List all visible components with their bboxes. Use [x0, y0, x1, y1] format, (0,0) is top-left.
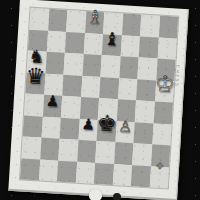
chess-board: ♗♝♞♛♔♟♟♚♙ CHESS ❖	[8, 0, 188, 200]
square-b7[interactable]	[46, 30, 66, 53]
square-f5[interactable]	[118, 78, 138, 101]
board-corner-emblem-icon: ❖	[155, 161, 166, 173]
piece-black-pawn-b4[interactable]: ♟	[45, 94, 59, 110]
square-h7[interactable]	[157, 37, 177, 60]
piece-white-king-h5[interactable]: ♔	[154, 73, 175, 96]
square-g5[interactable]	[136, 79, 156, 102]
square-e1[interactable]	[94, 162, 114, 185]
square-g8[interactable]	[140, 14, 160, 37]
square-a3[interactable]	[23, 115, 43, 138]
square-f1[interactable]	[112, 164, 132, 187]
square-c6[interactable]	[64, 53, 84, 76]
square-h4[interactable]	[153, 101, 173, 124]
square-g3[interactable]	[133, 122, 153, 145]
offboard-white-piece	[89, 189, 102, 200]
piece-black-king-e3[interactable]: ♚	[96, 113, 117, 136]
square-d2[interactable]	[77, 140, 97, 163]
piece-black-pawn-d3[interactable]: ♟	[81, 117, 95, 133]
square-c4[interactable]	[61, 96, 81, 119]
square-d5[interactable]	[81, 75, 101, 98]
photo-scene: ♗♝♞♛♔♟♟♚♙ CHESS ❖	[0, 0, 200, 200]
square-a2[interactable]	[21, 136, 41, 159]
square-g7[interactable]	[139, 36, 159, 59]
square-h8[interactable]	[158, 16, 178, 39]
square-c5[interactable]	[62, 74, 82, 97]
square-d6[interactable]	[82, 54, 102, 77]
square-c1[interactable]	[57, 160, 77, 183]
square-a4[interactable]	[24, 94, 44, 117]
square-d1[interactable]	[75, 161, 95, 184]
square-c8[interactable]	[66, 10, 86, 33]
square-b8[interactable]	[48, 9, 68, 32]
square-b1[interactable]	[38, 159, 58, 182]
square-b6[interactable]	[45, 52, 65, 75]
square-c2[interactable]	[58, 139, 78, 162]
square-b3[interactable]	[41, 116, 61, 139]
square-g2[interactable]	[132, 143, 152, 166]
square-f8[interactable]	[122, 13, 142, 36]
square-f2[interactable]	[114, 142, 134, 165]
square-c7[interactable]	[65, 31, 85, 54]
square-c3[interactable]	[60, 117, 80, 140]
offboard-dark-object	[113, 193, 121, 200]
square-g1[interactable]	[131, 165, 151, 188]
piece-white-pawn-f3[interactable]: ♙	[118, 120, 132, 136]
piece-black-queen-a5[interactable]: ♛	[25, 65, 46, 88]
square-e6[interactable]	[100, 55, 120, 78]
square-a8[interactable]	[29, 8, 49, 31]
piece-black-bishop-e7[interactable]: ♝	[103, 30, 120, 49]
square-f6[interactable]	[119, 56, 139, 79]
square-d7[interactable]	[83, 33, 103, 56]
square-e5[interactable]	[99, 77, 119, 100]
square-g6[interactable]	[137, 57, 157, 80]
square-h3[interactable]	[152, 123, 172, 146]
square-b2[interactable]	[40, 138, 60, 161]
square-a1[interactable]	[20, 158, 40, 181]
square-e2[interactable]	[95, 141, 115, 164]
square-g4[interactable]	[135, 100, 155, 123]
piece-white-bishop-d8[interactable]: ♗	[86, 7, 103, 26]
square-f7[interactable]	[120, 35, 140, 58]
